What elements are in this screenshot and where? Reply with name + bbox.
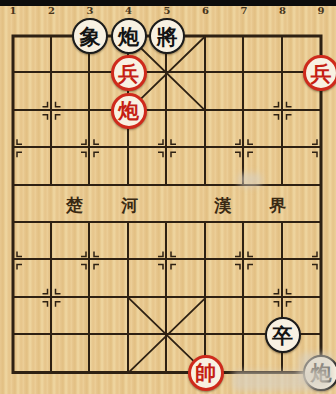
piece-black-elephant[interactable]: 象: [72, 18, 108, 54]
board-line: [81, 251, 99, 269]
column-label: 9: [314, 5, 328, 17]
board-line: [312, 251, 317, 269]
column-label: 6: [199, 5, 213, 17]
piece-red-soldier[interactable]: 兵: [303, 55, 336, 91]
piece-black-soldier[interactable]: 卒: [265, 317, 301, 353]
column-label: 3: [83, 5, 97, 17]
column-label: 7: [237, 5, 251, 17]
column-label: 4: [122, 5, 136, 17]
piece-red-soldier[interactable]: 兵: [111, 55, 147, 91]
top-black-bar: [0, 0, 336, 6]
column-label: 2: [45, 5, 59, 17]
column-label: 1: [6, 5, 20, 17]
board-line: [17, 139, 22, 157]
board-line: [158, 139, 176, 157]
column-label: 5: [160, 5, 174, 17]
board-line: [17, 251, 22, 269]
river-label-right: 漢 界: [214, 193, 302, 217]
watermark-smudge: [299, 353, 333, 383]
board-line: [43, 289, 61, 307]
board-line: [274, 289, 292, 307]
river-label-left: 楚 河: [66, 193, 154, 217]
board-line: [81, 139, 99, 157]
xiangqi-app-screen: 123456789 楚 河 漢 界 象炮將兵兵炮卒帥炮: [0, 0, 336, 394]
piece-red-cannon[interactable]: 炮: [111, 93, 147, 129]
watermark-smudge: [238, 173, 262, 187]
board-line: [235, 139, 253, 157]
board-line: [312, 139, 317, 157]
board-line: [158, 251, 176, 269]
board-line: [274, 102, 292, 120]
piece-black-cannon[interactable]: 炮: [111, 18, 147, 54]
piece-red-general[interactable]: 帥: [188, 355, 224, 391]
piece-black-general[interactable]: 將: [149, 18, 185, 54]
board-line: [43, 102, 61, 120]
column-label: 8: [276, 5, 290, 17]
board-line: [235, 251, 253, 269]
